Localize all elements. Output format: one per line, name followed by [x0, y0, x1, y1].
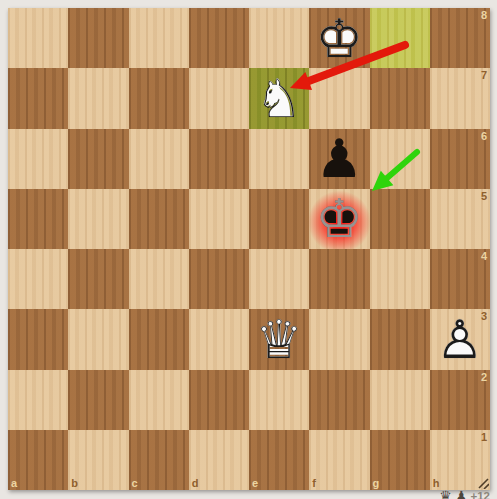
square-d8[interactable] [189, 8, 249, 68]
file-label-a: a [11, 478, 17, 489]
square-d7[interactable] [189, 68, 249, 128]
square-b2[interactable] [68, 370, 128, 430]
square-a2[interactable] [8, 370, 68, 430]
black-king-outline: ♔ [309, 189, 369, 249]
square-a6[interactable] [8, 129, 68, 189]
square-c5[interactable] [129, 189, 189, 249]
rank-label-5: 5 [481, 191, 487, 202]
square-g3[interactable] [370, 309, 430, 369]
square-f2[interactable] [309, 370, 369, 430]
square-d6[interactable] [189, 129, 249, 189]
square-g7[interactable] [370, 68, 430, 128]
square-h6[interactable]: 6 [430, 129, 490, 189]
square-c7[interactable] [129, 68, 189, 128]
square-a4[interactable] [8, 249, 68, 309]
square-d3[interactable] [189, 309, 249, 369]
rank-label-8: 8 [481, 10, 487, 21]
square-b6[interactable] [68, 129, 128, 189]
rank-label-2: 2 [481, 372, 487, 383]
file-label-e: e [252, 478, 258, 489]
square-h4[interactable]: 4 [430, 249, 490, 309]
square-c8[interactable] [129, 8, 189, 68]
white-pawn-outline: ♙ [430, 309, 490, 369]
white-knight-outline: ♘ [249, 68, 309, 128]
chess-board[interactable]: ♚♔8♞♘7♟6♚♔54♛♕3♟♙2abcdefg1h [8, 8, 490, 490]
square-d4[interactable] [189, 249, 249, 309]
material-tray: ♛ ♟ +12 [439, 490, 490, 499]
white-knight[interactable]: ♞♘ [249, 68, 309, 128]
square-c6[interactable] [129, 129, 189, 189]
square-c1[interactable]: c [129, 430, 189, 490]
square-a7[interactable] [8, 68, 68, 128]
file-label-b: b [71, 478, 78, 489]
white-king[interactable]: ♚♔ [309, 8, 369, 68]
square-b5[interactable] [68, 189, 128, 249]
square-d5[interactable] [189, 189, 249, 249]
square-h2[interactable]: 2 [430, 370, 490, 430]
square-f1[interactable]: f [309, 430, 369, 490]
captured-black-queen-icon: ♛ [439, 490, 452, 499]
square-f8[interactable]: ♚♔ [309, 8, 369, 68]
square-g5[interactable] [370, 189, 430, 249]
square-b7[interactable] [68, 68, 128, 128]
square-d1[interactable]: d [189, 430, 249, 490]
square-h8[interactable]: 8 [430, 8, 490, 68]
square-g6[interactable] [370, 129, 430, 189]
square-e3[interactable]: ♛♕ [249, 309, 309, 369]
square-h3[interactable]: 3♟♙ [430, 309, 490, 369]
square-e1[interactable]: e [249, 430, 309, 490]
rank-label-7: 7 [481, 70, 487, 81]
black-pawn-glyph: ♟ [309, 129, 369, 189]
rank-label-6: 6 [481, 131, 487, 142]
square-f3[interactable] [309, 309, 369, 369]
black-king[interactable]: ♚♔ [309, 189, 369, 249]
board-resize-handle-icon[interactable] [476, 476, 489, 489]
rank-label-1: 1 [481, 432, 487, 443]
square-c3[interactable] [129, 309, 189, 369]
square-f4[interactable] [309, 249, 369, 309]
square-g8[interactable] [370, 8, 430, 68]
square-g2[interactable] [370, 370, 430, 430]
square-e2[interactable] [249, 370, 309, 430]
square-h7[interactable]: 7 [430, 68, 490, 128]
white-king-outline: ♔ [309, 8, 369, 68]
square-b1[interactable]: b [68, 430, 128, 490]
square-e5[interactable] [249, 189, 309, 249]
file-label-d: d [192, 478, 199, 489]
square-e6[interactable] [249, 129, 309, 189]
square-a8[interactable] [8, 8, 68, 68]
square-e4[interactable] [249, 249, 309, 309]
square-g4[interactable] [370, 249, 430, 309]
square-b3[interactable] [68, 309, 128, 369]
square-f7[interactable] [309, 68, 369, 128]
material-advantage-label: +12 [470, 490, 490, 499]
square-c2[interactable] [129, 370, 189, 430]
square-c4[interactable] [129, 249, 189, 309]
square-d2[interactable] [189, 370, 249, 430]
square-b8[interactable] [68, 8, 128, 68]
white-queen-outline: ♕ [249, 309, 309, 369]
white-queen[interactable]: ♛♕ [249, 309, 309, 369]
square-e7[interactable]: ♞♘ [249, 68, 309, 128]
rank-label-4: 4 [481, 251, 487, 262]
square-g1[interactable]: g [370, 430, 430, 490]
square-a1[interactable]: a [8, 430, 68, 490]
square-f6[interactable]: ♟ [309, 129, 369, 189]
captured-black-pawn-icon: ♟ [455, 490, 468, 499]
file-label-f: f [312, 478, 316, 489]
white-pawn[interactable]: ♟♙ [430, 309, 490, 369]
file-label-g: g [373, 478, 380, 489]
square-a3[interactable] [8, 309, 68, 369]
square-e8[interactable] [249, 8, 309, 68]
square-a5[interactable] [8, 189, 68, 249]
square-f5[interactable]: ♚♔ [309, 189, 369, 249]
square-b4[interactable] [68, 249, 128, 309]
file-label-c: c [132, 478, 138, 489]
square-h5[interactable]: 5 [430, 189, 490, 249]
black-pawn[interactable]: ♟ [309, 129, 369, 189]
